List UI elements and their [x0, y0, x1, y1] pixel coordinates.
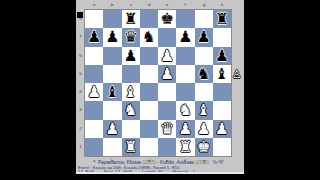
rank-label-6: 6 — [78, 49, 83, 62]
square-f2[interactable]: ♟ — [176, 120, 194, 138]
rank-label-5: 5 — [78, 67, 83, 80]
rank-label-3: 3 — [78, 104, 83, 117]
square-c7[interactable]: ♛ — [122, 28, 140, 46]
square-g1[interactable]: ♚ — [195, 138, 213, 156]
square-b1[interactable] — [103, 138, 121, 156]
square-c2[interactable] — [122, 120, 140, 138]
square-g4[interactable] — [195, 83, 213, 101]
square-e2[interactable]: ♛ — [158, 120, 176, 138]
square-g5[interactable]: ♞ — [195, 65, 213, 83]
square-b8[interactable] — [103, 10, 121, 28]
piece-black-king: ♚ — [158, 10, 176, 28]
square-a5[interactable] — [85, 65, 103, 83]
file-label-top-d: d — [142, 2, 155, 6]
bottom-separator — [76, 172, 244, 174]
file-label-top-c: c — [124, 2, 137, 6]
piece-white-king: ♚ — [195, 138, 213, 156]
file-label-bottom-g: g — [197, 158, 210, 162]
square-h7[interactable] — [213, 28, 231, 46]
piece-white-queen: ♛ — [158, 120, 176, 138]
square-a7[interactable]: ♟ — [85, 28, 103, 46]
square-a1[interactable] — [85, 138, 103, 156]
square-d1[interactable] — [140, 138, 158, 156]
square-f5[interactable] — [176, 65, 194, 83]
square-f6[interactable] — [176, 47, 194, 65]
file-label-top-f: f — [179, 2, 192, 6]
square-h5[interactable]: ♝ — [213, 65, 231, 83]
piece-white-pawn: ♟ — [158, 47, 176, 65]
file-label-top-g: g — [197, 2, 210, 6]
square-e8[interactable]: ♚ — [158, 10, 176, 28]
piece-black-pawn: ♟ — [122, 47, 140, 65]
piece-white-pawn: ♟ — [176, 120, 194, 138]
piece-black-pawn: ♟ — [176, 28, 194, 46]
piece-black-pawn: ♟ — [85, 28, 103, 46]
square-f4[interactable] — [176, 83, 194, 101]
versus-separator: - — [157, 160, 159, 165]
rank-label-7: 7 — [78, 31, 83, 44]
square-c8[interactable]: ♜ — [122, 10, 140, 28]
square-d3[interactable] — [140, 101, 158, 119]
file-label-bottom-f: f — [179, 158, 192, 162]
file-label-top-b: b — [106, 2, 119, 6]
square-h8[interactable]: ♜ — [213, 10, 231, 28]
square-e4[interactable] — [158, 83, 176, 101]
square-b3[interactable] — [103, 101, 121, 119]
square-a6[interactable] — [85, 47, 103, 65]
piece-white-pawn: ♟ — [85, 83, 103, 101]
square-g8[interactable] — [195, 10, 213, 28]
piece-black-knight: ♞ — [140, 28, 158, 46]
square-h2[interactable]: ♟ — [213, 120, 231, 138]
piece-white-knight: ♞ — [122, 101, 140, 119]
piece-black-pawn: ♟ — [103, 28, 121, 46]
square-f8[interactable] — [176, 10, 194, 28]
chess-board: ♜♚♜♟♟♛♞♟♟♟♟♟♟♞♝♟♝♝♞♞♝♟♛♟♟♟♜♜♚ — [85, 10, 231, 156]
square-e1[interactable] — [158, 138, 176, 156]
square-d6[interactable] — [140, 47, 158, 65]
piece-black-pawn: ♟ — [195, 28, 213, 46]
piece-white-rook: ♜ — [122, 138, 140, 156]
square-f3[interactable]: ♞ — [176, 101, 194, 119]
square-b4[interactable]: ♝ — [103, 83, 121, 101]
square-g3[interactable]: ♝ — [195, 101, 213, 119]
material-pawn-icon: ♙ — [232, 69, 242, 80]
square-e5[interactable]: ♟ — [158, 65, 176, 83]
square-a4[interactable]: ♟ — [85, 83, 103, 101]
square-g2[interactable]: ♟ — [195, 120, 213, 138]
file-label-bottom-h: h — [215, 158, 228, 162]
piece-white-bishop: ♝ — [195, 101, 213, 119]
rank-label-8: 8 — [78, 13, 83, 26]
rank-label-4: 4 — [78, 86, 83, 99]
piece-white-knight: ♞ — [176, 101, 194, 119]
piece-black-pawn: ♟ — [213, 47, 231, 65]
square-d5[interactable] — [140, 65, 158, 83]
square-f7[interactable]: ♟ — [176, 28, 194, 46]
square-e6[interactable]: ♟ — [158, 47, 176, 65]
square-h6[interactable]: ♟ — [213, 47, 231, 65]
square-e3[interactable] — [158, 101, 176, 119]
file-label-top-a: a — [88, 2, 101, 6]
square-h4[interactable] — [213, 83, 231, 101]
piece-black-bishop: ♝ — [213, 65, 231, 83]
square-c1[interactable]: ♜ — [122, 138, 140, 156]
square-d8[interactable] — [140, 10, 158, 28]
piece-black-rook: ♜ — [122, 10, 140, 28]
square-g7[interactable]: ♟ — [195, 28, 213, 46]
square-c6[interactable]: ♟ — [122, 47, 140, 65]
piece-white-pawn: ♟ — [213, 120, 231, 138]
square-b7[interactable]: ♟ — [103, 28, 121, 46]
piece-white-bishop: ♝ — [122, 83, 140, 101]
file-label-bottom-c: c — [124, 158, 137, 162]
piece-white-pawn: ♟ — [158, 65, 176, 83]
piece-black-rook: ♜ — [213, 10, 231, 28]
square-a3[interactable] — [85, 101, 103, 119]
square-b6[interactable] — [103, 47, 121, 65]
square-h1[interactable] — [213, 138, 231, 156]
square-g6[interactable] — [195, 47, 213, 65]
square-a8[interactable] — [85, 10, 103, 28]
square-c3[interactable]: ♞ — [122, 101, 140, 119]
file-label-bottom-a: a — [88, 158, 101, 162]
rank-label-2: 2 — [78, 122, 83, 135]
file-label-top-e: e — [161, 2, 174, 6]
file-label-bottom-b: b — [106, 158, 119, 162]
diagram-panel: ♜♚♜♟♟♛♞♟♟♟♟♟♟♞♝♟♝♝♞♞♝♟♛♟♟♟♜♜♚ ♙ Papastav… — [76, 0, 244, 174]
square-e7[interactable] — [158, 28, 176, 46]
square-a2[interactable] — [85, 120, 103, 138]
square-h3[interactable] — [213, 101, 231, 119]
piece-black-bishop: ♝ — [103, 83, 121, 101]
piece-white-rook: ♜ — [176, 138, 194, 156]
file-label-bottom-e: e — [161, 158, 174, 162]
piece-black-knight: ♞ — [195, 65, 213, 83]
square-f1[interactable]: ♜ — [176, 138, 194, 156]
piece-white-pawn: ♟ — [103, 120, 121, 138]
rank-label-1: 1 — [78, 140, 83, 153]
square-b2[interactable]: ♟ — [103, 120, 121, 138]
square-d4[interactable] — [140, 83, 158, 101]
square-c5[interactable] — [122, 65, 140, 83]
square-d7[interactable]: ♞ — [140, 28, 158, 46]
square-d2[interactable] — [140, 120, 158, 138]
piece-black-queen: ♛ — [122, 28, 140, 46]
file-label-bottom-d: d — [142, 158, 155, 162]
file-label-top-h: h — [215, 2, 228, 6]
square-c4[interactable]: ♝ — [122, 83, 140, 101]
piece-white-pawn: ♟ — [195, 120, 213, 138]
square-b5[interactable] — [103, 65, 121, 83]
